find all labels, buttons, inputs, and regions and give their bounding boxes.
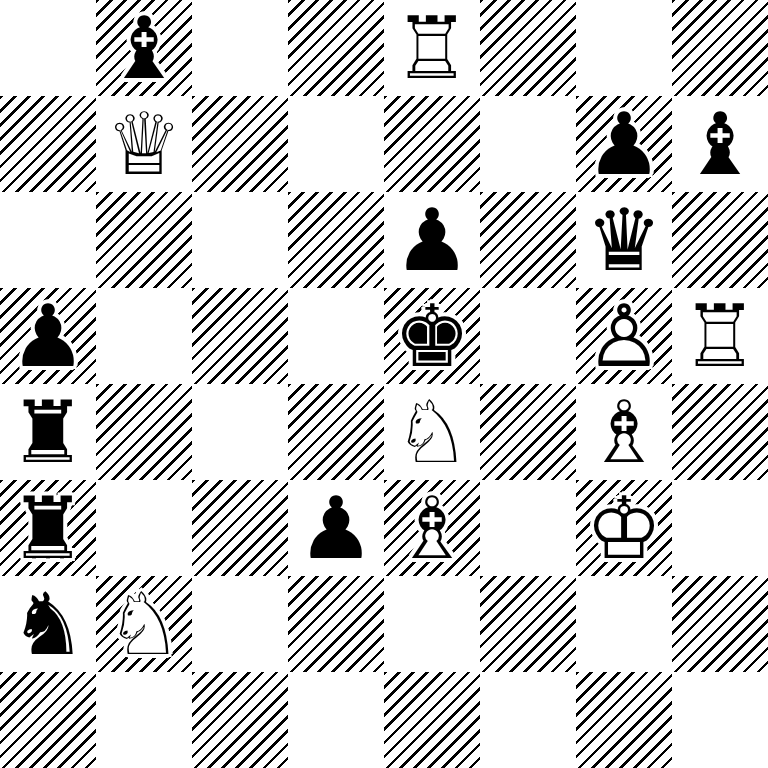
square-a1[interactable] [0, 672, 96, 768]
piece-glyph-white-rook: ♖ [384, 0, 480, 96]
square-a8[interactable] [0, 0, 96, 96]
square-b3[interactable] [96, 480, 192, 576]
square-e8[interactable]: ♜♖ [384, 0, 480, 96]
square-b1[interactable] [96, 672, 192, 768]
square-g1[interactable] [576, 672, 672, 768]
square-f1[interactable] [480, 672, 576, 768]
piece-white-queen: ♛♕ [96, 96, 192, 192]
piece-glyph-black-king: ♚ [384, 288, 480, 384]
square-d3[interactable]: ♟♟ [288, 480, 384, 576]
piece-white-knight: ♞♘ [384, 384, 480, 480]
square-c7[interactable] [192, 96, 288, 192]
piece-black-pawn: ♟♟ [384, 192, 480, 288]
piece-white-king: ♚♔ [576, 480, 672, 576]
piece-white-pawn: ♟♙ [576, 288, 672, 384]
square-a7[interactable] [0, 96, 96, 192]
piece-glyph-black-rook: ♜ [0, 384, 96, 480]
square-f4[interactable] [480, 384, 576, 480]
piece-black-queen: ♛♛ [576, 192, 672, 288]
piece-glyph-white-pawn: ♙ [576, 288, 672, 384]
piece-glyph-black-bishop: ♝ [96, 0, 192, 96]
square-e1[interactable] [384, 672, 480, 768]
piece-glyph-white-queen: ♕ [96, 96, 192, 192]
piece-glyph-black-bishop: ♝ [672, 96, 768, 192]
piece-white-bishop: ♝♗ [576, 384, 672, 480]
piece-white-knight: ♞♘ [96, 576, 192, 672]
piece-glyph-black-pawn: ♟ [384, 192, 480, 288]
square-g4[interactable]: ♝♗ [576, 384, 672, 480]
square-g8[interactable] [576, 0, 672, 96]
square-a3[interactable]: ♜♜ [0, 480, 96, 576]
square-a4[interactable]: ♜♜ [0, 384, 96, 480]
piece-black-bishop: ♝♝ [672, 96, 768, 192]
square-g6[interactable]: ♛♛ [576, 192, 672, 288]
piece-glyph-black-knight: ♞ [0, 576, 96, 672]
square-e3[interactable]: ♝♗ [384, 480, 480, 576]
square-a6[interactable] [0, 192, 96, 288]
square-b7[interactable]: ♛♕ [96, 96, 192, 192]
square-b8[interactable]: ♝♝ [96, 0, 192, 96]
square-d5[interactable] [288, 288, 384, 384]
square-h1[interactable] [672, 672, 768, 768]
square-h7[interactable]: ♝♝ [672, 96, 768, 192]
piece-black-knight: ♞♞ [0, 576, 96, 672]
piece-black-pawn: ♟♟ [288, 480, 384, 576]
square-d6[interactable] [288, 192, 384, 288]
piece-black-bishop: ♝♝ [96, 0, 192, 96]
square-c8[interactable] [192, 0, 288, 96]
square-b2[interactable]: ♞♘ [96, 576, 192, 672]
piece-glyph-white-bishop: ♗ [576, 384, 672, 480]
piece-black-pawn: ♟♟ [0, 288, 96, 384]
square-e6[interactable]: ♟♟ [384, 192, 480, 288]
square-d7[interactable] [288, 96, 384, 192]
square-h8[interactable] [672, 0, 768, 96]
square-c5[interactable] [192, 288, 288, 384]
square-d4[interactable] [288, 384, 384, 480]
piece-white-bishop: ♝♗ [384, 480, 480, 576]
piece-glyph-black-pawn: ♟ [0, 288, 96, 384]
square-g5[interactable]: ♟♙ [576, 288, 672, 384]
square-e4[interactable]: ♞♘ [384, 384, 480, 480]
square-d2[interactable] [288, 576, 384, 672]
square-h4[interactable] [672, 384, 768, 480]
square-h2[interactable] [672, 576, 768, 672]
square-e7[interactable] [384, 96, 480, 192]
piece-glyph-black-pawn: ♟ [576, 96, 672, 192]
square-c4[interactable] [192, 384, 288, 480]
piece-black-rook: ♜♜ [0, 480, 96, 576]
square-g2[interactable] [576, 576, 672, 672]
piece-black-rook: ♜♜ [0, 384, 96, 480]
piece-glyph-white-rook: ♖ [672, 288, 768, 384]
square-c6[interactable] [192, 192, 288, 288]
square-d8[interactable] [288, 0, 384, 96]
piece-glyph-black-rook: ♜ [0, 480, 96, 576]
square-f8[interactable] [480, 0, 576, 96]
piece-white-rook: ♜♖ [384, 0, 480, 96]
square-h5[interactable]: ♜♖ [672, 288, 768, 384]
piece-glyph-black-pawn: ♟ [288, 480, 384, 576]
piece-glyph-white-bishop: ♗ [384, 480, 480, 576]
square-f6[interactable] [480, 192, 576, 288]
piece-black-pawn: ♟♟ [576, 96, 672, 192]
piece-black-king: ♚♚ [384, 288, 480, 384]
square-f7[interactable] [480, 96, 576, 192]
piece-glyph-white-knight: ♘ [96, 576, 192, 672]
square-a5[interactable]: ♟♟ [0, 288, 96, 384]
square-f5[interactable] [480, 288, 576, 384]
square-c2[interactable] [192, 576, 288, 672]
square-f3[interactable] [480, 480, 576, 576]
square-b4[interactable] [96, 384, 192, 480]
piece-glyph-black-queen: ♛ [576, 192, 672, 288]
square-g3[interactable]: ♚♔ [576, 480, 672, 576]
piece-glyph-white-king: ♔ [576, 480, 672, 576]
square-c3[interactable] [192, 480, 288, 576]
piece-glyph-white-knight: ♘ [384, 384, 480, 480]
chess-board: ♝♝♜♖♛♕♟♟♝♝♟♟♛♛♟♟♚♚♟♙♜♖♜♜♞♘♝♗♜♜♟♟♝♗♚♔♞♞♞♘ [0, 0, 768, 768]
square-h3[interactable] [672, 480, 768, 576]
square-d1[interactable] [288, 672, 384, 768]
square-c1[interactable] [192, 672, 288, 768]
square-e5[interactable]: ♚♚ [384, 288, 480, 384]
square-b6[interactable] [96, 192, 192, 288]
square-g7[interactable]: ♟♟ [576, 96, 672, 192]
piece-white-rook: ♜♖ [672, 288, 768, 384]
square-h6[interactable] [672, 192, 768, 288]
square-e2[interactable] [384, 576, 480, 672]
square-a2[interactable]: ♞♞ [0, 576, 96, 672]
square-b5[interactable] [96, 288, 192, 384]
square-f2[interactable] [480, 576, 576, 672]
